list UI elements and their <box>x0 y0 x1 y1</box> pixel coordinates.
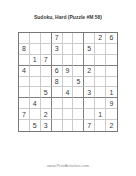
cell-r4c9[interactable] <box>106 66 117 77</box>
cell-r5c7[interactable] <box>84 77 95 88</box>
cell-r1c7[interactable] <box>84 33 95 44</box>
cell-r3c3[interactable]: 7 <box>41 55 52 66</box>
cell-r2c4[interactable]: 3 <box>52 44 63 55</box>
cell-r6c2[interactable] <box>30 87 41 98</box>
cell-r7c9[interactable]: 9 <box>106 98 117 109</box>
cell-r5c6[interactable]: 5 <box>73 77 84 88</box>
cell-r3c2[interactable]: 1 <box>30 55 41 66</box>
cell-r9c9[interactable]: 2 <box>106 120 117 131</box>
cell-r8c3[interactable]: 2 <box>41 109 52 120</box>
cell-r7c6[interactable] <box>73 98 84 109</box>
cell-r9c8[interactable] <box>95 120 106 131</box>
cell-r8c7[interactable] <box>84 109 95 120</box>
cell-r6c3[interactable]: 5 <box>41 87 52 98</box>
cell-r3c5[interactable] <box>63 55 74 66</box>
cell-r8c9[interactable] <box>106 109 117 120</box>
cell-r4c6[interactable] <box>73 66 84 77</box>
cell-r3c4[interactable] <box>52 55 63 66</box>
cell-r2c6[interactable] <box>73 44 84 55</box>
cell-r5c2[interactable] <box>30 77 41 88</box>
cell-r8c2[interactable] <box>30 109 41 120</box>
page-title: Sudoku, Hard (Puzzle #M 58) <box>0 14 136 20</box>
cell-r6c1[interactable] <box>19 87 30 98</box>
cell-r2c8[interactable] <box>95 44 106 55</box>
cell-r5c4[interactable]: 8 <box>52 77 63 88</box>
cell-r4c5[interactable]: 9 <box>63 66 74 77</box>
cell-r5c3[interactable] <box>41 77 52 88</box>
cell-r9c7[interactable]: 7 <box>84 120 95 131</box>
cell-r4c1[interactable]: 4 <box>19 66 30 77</box>
cell-r3c6[interactable] <box>73 55 84 66</box>
cell-r7c8[interactable] <box>95 98 106 109</box>
cell-r5c5[interactable] <box>63 77 74 88</box>
sudoku-board: 726835174692855431497215372 <box>18 32 118 132</box>
cell-r9c4[interactable] <box>52 120 63 131</box>
cell-r7c3[interactable] <box>41 98 52 109</box>
cell-r4c8[interactable] <box>95 66 106 77</box>
cell-r6c8[interactable] <box>95 87 106 98</box>
cell-r9c1[interactable] <box>19 120 30 131</box>
cell-r9c3[interactable]: 3 <box>41 120 52 131</box>
cell-r5c1[interactable] <box>19 77 30 88</box>
cell-r6c6[interactable] <box>73 87 84 98</box>
cell-r8c4[interactable] <box>52 109 63 120</box>
cell-r2c9[interactable] <box>106 44 117 55</box>
cell-r9c6[interactable] <box>73 120 84 131</box>
cell-r6c7[interactable]: 3 <box>84 87 95 98</box>
cell-r5c8[interactable] <box>95 77 106 88</box>
cell-r1c9[interactable]: 6 <box>106 33 117 44</box>
cell-r3c7[interactable] <box>84 55 95 66</box>
cell-r4c3[interactable] <box>41 66 52 77</box>
cell-r5c9[interactable] <box>106 77 117 88</box>
cell-r2c5[interactable] <box>63 44 74 55</box>
cell-r4c7[interactable]: 2 <box>84 66 95 77</box>
cell-r7c2[interactable]: 4 <box>30 98 41 109</box>
cell-r9c2[interactable]: 5 <box>30 120 41 131</box>
cell-r3c1[interactable] <box>19 55 30 66</box>
cell-r1c5[interactable] <box>63 33 74 44</box>
cell-r9c5[interactable] <box>63 120 74 131</box>
footer-site-url[interactable]: www.PrintActivities.com <box>0 163 136 168</box>
cell-r4c4[interactable]: 6 <box>52 66 63 77</box>
cell-r1c6[interactable] <box>73 33 84 44</box>
cell-r7c5[interactable] <box>63 98 74 109</box>
cell-r2c7[interactable]: 5 <box>84 44 95 55</box>
cell-r6c5[interactable]: 4 <box>63 87 74 98</box>
cell-r6c4[interactable] <box>52 87 63 98</box>
cell-r1c4[interactable]: 7 <box>52 33 63 44</box>
cell-r6c9[interactable]: 1 <box>106 87 117 98</box>
cell-r8c1[interactable]: 7 <box>19 109 30 120</box>
cell-r1c1[interactable] <box>19 33 30 44</box>
cell-r1c3[interactable] <box>41 33 52 44</box>
cell-r3c8[interactable] <box>95 55 106 66</box>
cell-r2c2[interactable] <box>30 44 41 55</box>
cell-r2c3[interactable] <box>41 44 52 55</box>
cell-r7c4[interactable] <box>52 98 63 109</box>
cell-r3c9[interactable] <box>106 55 117 66</box>
cell-r8c8[interactable]: 1 <box>95 109 106 120</box>
cell-r8c6[interactable] <box>73 109 84 120</box>
cell-r7c7[interactable] <box>84 98 95 109</box>
cell-r7c1[interactable] <box>19 98 30 109</box>
cell-r1c2[interactable] <box>30 33 41 44</box>
cell-r2c1[interactable]: 8 <box>19 44 30 55</box>
cell-r1c8[interactable]: 2 <box>95 33 106 44</box>
cell-r8c5[interactable] <box>63 109 74 120</box>
cell-r4c2[interactable] <box>30 66 41 77</box>
